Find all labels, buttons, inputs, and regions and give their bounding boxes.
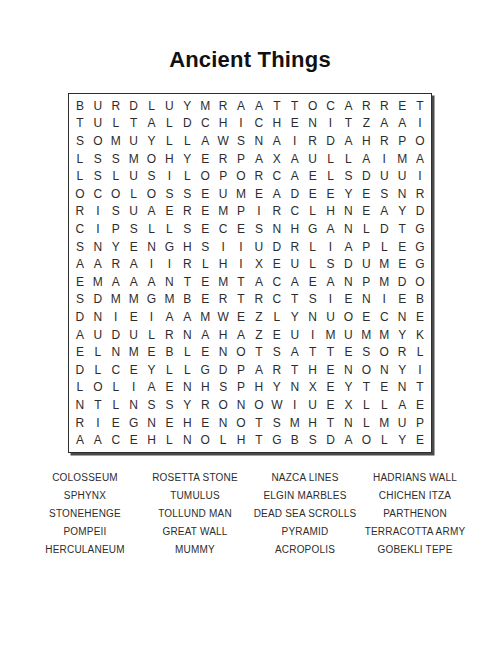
grid-cell-r6c14: E	[304, 185, 322, 203]
grid-cell-r5c5: S	[143, 167, 161, 185]
grid-cell-r15c16: E	[339, 343, 357, 361]
grid-cell-r8c1: C	[71, 220, 89, 238]
grid-cell-r11c14: E	[304, 273, 322, 291]
grid-cell-r7c2: I	[89, 203, 107, 221]
grid-cell-r9c6: G	[160, 238, 178, 256]
grid-cell-r8c2: I	[89, 220, 107, 238]
grid-cell-r4c19: M	[393, 150, 411, 168]
grid-cell-r10c1: A	[71, 255, 89, 273]
grid-cell-r17c14: X	[304, 379, 322, 397]
grid-cell-r7c4: U	[125, 203, 143, 221]
grid-cell-r14c19: Y	[393, 326, 411, 344]
grid-cell-r6c10: M	[232, 185, 250, 203]
grid-cell-r11c1: E	[71, 273, 89, 291]
grid-cell-r4c12: X	[268, 150, 286, 168]
grid-cell-r11c10: T	[232, 273, 250, 291]
grid-cell-r3c14: R	[304, 132, 322, 150]
word-list: COLOSSEUMSPHYNXSTONEHENGEPOMPEIIHERCULAN…	[30, 469, 470, 559]
grid-cell-r7c18: A	[375, 203, 393, 221]
grid-cell-r16c7: L	[178, 361, 196, 379]
grid-cell-r3c17: H	[357, 132, 375, 150]
grid-cell-r12c18: I	[375, 291, 393, 309]
grid-cell-r16c20: I	[411, 361, 429, 379]
grid-cell-r3c6: L	[160, 132, 178, 150]
grid-cell-r8c13: H	[286, 220, 304, 238]
grid-cell-r8c8: E	[196, 220, 214, 238]
grid-cell-r1c17: R	[357, 97, 375, 115]
grid-cell-r3c20: O	[411, 132, 429, 150]
grid-cell-r18c4: N	[125, 396, 143, 414]
grid-cell-r8c10: E	[232, 220, 250, 238]
word-list-item: POMPEII	[30, 523, 140, 541]
grid-cell-r20c1: A	[71, 431, 89, 449]
grid-cell-r9c5: N	[143, 238, 161, 256]
grid-cell-r18c12: W	[268, 396, 286, 414]
grid-cell-r8c7: S	[178, 220, 196, 238]
grid-cell-r6c17: E	[357, 185, 375, 203]
word-list-item: ACROPOLIS	[250, 541, 360, 559]
grid-cell-r10c17: U	[357, 255, 375, 273]
grid-cell-r13c14: N	[304, 308, 322, 326]
grid-cell-r16c17: O	[357, 361, 375, 379]
grid-cell-r9c12: D	[268, 238, 286, 256]
word-list-item: CHICHEN ITZA	[360, 487, 470, 505]
grid-cell-r3c9: W	[214, 132, 232, 150]
grid-cell-r14c16: U	[339, 326, 357, 344]
grid-cell-r15c18: O	[375, 343, 393, 361]
grid-cell-r4c20: A	[411, 150, 429, 168]
grid-cell-r6c1: O	[71, 185, 89, 203]
grid-cell-r4c14: U	[304, 150, 322, 168]
grid-cell-r1c19: E	[393, 97, 411, 115]
grid-cell-r7c10: P	[232, 203, 250, 221]
grid-cell-r7c17: E	[357, 203, 375, 221]
grid-cell-r16c9: D	[214, 361, 232, 379]
grid-cell-r14c12: E	[268, 326, 286, 344]
grid-cell-r16c12: R	[268, 361, 286, 379]
grid-cell-r16c5: Y	[143, 361, 161, 379]
grid-cell-r14c1: A	[71, 326, 89, 344]
grid-cell-r7c20: D	[411, 203, 429, 221]
grid-cell-r10c5: I	[143, 255, 161, 273]
grid-cell-r2c2: U	[89, 115, 107, 133]
grid-cell-r11c2: M	[89, 273, 107, 291]
grid-cell-r4c4: M	[125, 150, 143, 168]
grid-cell-r16c2: L	[89, 361, 107, 379]
grid-cell-r12c20: B	[411, 291, 429, 309]
grid-cell-r1c7: Y	[178, 97, 196, 115]
grid-cell-r3c18: R	[375, 132, 393, 150]
grid-cell-r17c16: Y	[339, 379, 357, 397]
grid-cell-r7c8: E	[196, 203, 214, 221]
grid-cell-r10c9: H	[214, 255, 232, 273]
grid-cell-r3c4: U	[125, 132, 143, 150]
grid-cell-r19c4: G	[125, 414, 143, 432]
grid-cell-r6c3: O	[107, 185, 125, 203]
grid-cell-r15c4: M	[125, 343, 143, 361]
grid-cell-r3c15: D	[322, 132, 340, 150]
grid-cell-r4c2: S	[89, 150, 107, 168]
grid-cell-r19c7: H	[178, 414, 196, 432]
grid-cell-r4c9: R	[214, 150, 232, 168]
grid-cell-r13c20: E	[411, 308, 429, 326]
grid-cell-r11c9: M	[214, 273, 232, 291]
grid-cell-r4c11: A	[250, 150, 268, 168]
grid-cell-r5c8: O	[196, 167, 214, 185]
grid-cell-r12c10: T	[232, 291, 250, 309]
grid-cell-r2c14: N	[304, 115, 322, 133]
grid-cell-r3c2: O	[89, 132, 107, 150]
grid-cell-r6c4: L	[125, 185, 143, 203]
grid-cell-r10c14: L	[304, 255, 322, 273]
grid-cell-r6c7: S	[178, 185, 196, 203]
grid-cell-r11c20: O	[411, 273, 429, 291]
word-list-item: ROSETTA STONE	[140, 469, 250, 487]
grid-cell-r3c5: Y	[143, 132, 161, 150]
grid-cell-r15c20: L	[411, 343, 429, 361]
grid-cell-r12c3: M	[107, 291, 125, 309]
grid-cell-r2c10: I	[232, 115, 250, 133]
grid-cell-r1c12: T	[268, 97, 286, 115]
grid-cell-r10c8: L	[196, 255, 214, 273]
grid-cell-r10c2: A	[89, 255, 107, 273]
grid-cell-r14c2: U	[89, 326, 107, 344]
grid-cell-r14c8: A	[196, 326, 214, 344]
grid-cell-r15c15: T	[322, 343, 340, 361]
grid-cell-r14c3: D	[107, 326, 125, 344]
grid-cell-r7c3: S	[107, 203, 125, 221]
grid-cell-r9c14: L	[304, 238, 322, 256]
grid-cell-r19c10: O	[232, 414, 250, 432]
grid-cell-r19c12: S	[268, 414, 286, 432]
grid-cell-r6c16: Y	[339, 185, 357, 203]
grid-cell-r10c10: I	[232, 255, 250, 273]
grid-cell-r2c15: I	[322, 115, 340, 133]
grid-cell-r19c17: L	[357, 414, 375, 432]
grid-cell-r5c12: C	[268, 167, 286, 185]
grid-cell-r16c18: N	[375, 361, 393, 379]
grid-cell-r11c11: A	[250, 273, 268, 291]
grid-cell-r19c16: N	[339, 414, 357, 432]
grid-cell-r1c14: O	[304, 97, 322, 115]
grid-cell-r19c5: N	[143, 414, 161, 432]
word-list-item: STONEHENGE	[30, 505, 140, 523]
grid-cell-r11c12: C	[268, 273, 286, 291]
grid-cell-r17c2: O	[89, 379, 107, 397]
grid-cell-r7c15: H	[322, 203, 340, 221]
grid-cell-r16c6: L	[160, 361, 178, 379]
grid-cell-r14c6: R	[160, 326, 178, 344]
grid-cell-r9c2: N	[89, 238, 107, 256]
grid-cell-r19c1: R	[71, 414, 89, 432]
word-list-item: DEAD SEA SCROLLS	[250, 505, 360, 523]
grid-cell-r11c7: T	[178, 273, 196, 291]
grid-cell-r1c20: T	[411, 97, 429, 115]
grid-cell-r7c16: N	[339, 203, 357, 221]
grid-cell-r16c3: C	[107, 361, 125, 379]
grid-cell-r8c5: L	[143, 220, 161, 238]
grid-cell-r6c8: E	[196, 185, 214, 203]
grid-cell-r2c18: A	[375, 115, 393, 133]
grid-cell-r8c19: T	[393, 220, 411, 238]
grid-cell-r5c9: P	[214, 167, 232, 185]
grid-cell-r5c2: S	[89, 167, 107, 185]
grid-cell-r7c6: E	[160, 203, 178, 221]
grid-cell-r12c8: E	[196, 291, 214, 309]
grid-cell-r5c4: U	[125, 167, 143, 185]
grid-cell-r6c2: C	[89, 185, 107, 203]
grid-cell-r1c15: C	[322, 97, 340, 115]
grid-cell-r6c12: A	[268, 185, 286, 203]
grid-cell-r16c13: T	[286, 361, 304, 379]
grid-cell-r13c16: O	[339, 308, 357, 326]
grid-cell-r15c17: S	[357, 343, 375, 361]
grid-cell-r13c2: N	[89, 308, 107, 326]
grid-cell-r17c5: A	[143, 379, 161, 397]
grid-cell-r6c9: U	[214, 185, 232, 203]
grid-cell-r8c3: P	[107, 220, 125, 238]
grid-cell-r10c16: D	[339, 255, 357, 273]
word-list-item: NAZCA LINES	[250, 469, 360, 487]
grid-cell-r9c15: I	[322, 238, 340, 256]
grid-cell-r9c11: U	[250, 238, 268, 256]
grid-cell-r17c20: T	[411, 379, 429, 397]
word-list-item: SPHYNX	[30, 487, 140, 505]
grid-cell-r14c10: A	[232, 326, 250, 344]
grid-cell-r17c3: L	[107, 379, 125, 397]
grid-cell-r9c18: L	[375, 238, 393, 256]
word-list-column-4: HADRIANS WALLCHICHEN ITZAPARTHENONTERRAC…	[360, 469, 470, 559]
grid-cell-r15c10: O	[232, 343, 250, 361]
grid-cell-r2c13: E	[286, 115, 304, 133]
word-list-item: TOLLUND MAN	[140, 505, 250, 523]
grid-cell-r6c19: N	[393, 185, 411, 203]
grid-cell-r4c6: H	[160, 150, 178, 168]
grid-cell-r13c6: A	[160, 308, 178, 326]
grid-cell-r20c15: D	[322, 431, 340, 449]
grid-cell-r15c3: N	[107, 343, 125, 361]
grid-cell-r15c8: E	[196, 343, 214, 361]
grid-cell-r1c18: R	[375, 97, 393, 115]
grid-cell-r11c15: A	[322, 273, 340, 291]
grid-cell-r9c10: I	[232, 238, 250, 256]
grid-cell-r1c6: U	[160, 97, 178, 115]
grid-cell-r3c12: A	[268, 132, 286, 150]
grid-cell-r6c5: O	[143, 185, 161, 203]
grid-cell-r19c11: T	[250, 414, 268, 432]
grid-cell-r8c15: A	[322, 220, 340, 238]
grid-cell-r9c20: G	[411, 238, 429, 256]
grid-cell-r2c17: Z	[357, 115, 375, 133]
grid-cell-r4c13: A	[286, 150, 304, 168]
word-list-column-1: COLOSSEUMSPHYNXSTONEHENGEPOMPEIIHERCULAN…	[30, 469, 140, 559]
grid-cell-r9c13: R	[286, 238, 304, 256]
grid-cell-r5c7: L	[178, 167, 196, 185]
grid-cell-r12c1: S	[71, 291, 89, 309]
grid-cell-r13c17: E	[357, 308, 375, 326]
grid-cell-r2c4: T	[125, 115, 143, 133]
grid-cell-r19c19: U	[393, 414, 411, 432]
grid-cell-r7c7: R	[178, 203, 196, 221]
grid-cell-r17c11: H	[250, 379, 268, 397]
grid-cell-r13c13: Y	[286, 308, 304, 326]
grid-cell-r20c3: C	[107, 431, 125, 449]
grid-cell-r9c8: S	[196, 238, 214, 256]
word-list-item: GOBEKLI TEPE	[360, 541, 470, 559]
grid-cell-r10c4: A	[125, 255, 143, 273]
grid-cell-r2c5: A	[143, 115, 161, 133]
grid-cell-r15c12: S	[268, 343, 286, 361]
grid-cell-r5c13: A	[286, 167, 304, 185]
word-search-grid: BURDLUYMRAATTOCARRETTULTALDCHICHENITZAAI…	[68, 93, 432, 453]
grid-cell-r19c18: M	[375, 414, 393, 432]
grid-cell-r10c6: I	[160, 255, 178, 273]
grid-cell-r3c11: N	[250, 132, 268, 150]
grid-cell-r5c20: I	[411, 167, 429, 185]
grid-cell-r8c4: S	[125, 220, 143, 238]
grid-cell-r7c13: C	[286, 203, 304, 221]
grid-cell-r18c1: N	[71, 396, 89, 414]
word-list-item: TUMULUS	[140, 487, 250, 505]
grid-cell-r8c20: G	[411, 220, 429, 238]
grid-cell-r12c16: E	[339, 291, 357, 309]
grid-cell-r20c16: A	[339, 431, 357, 449]
grid-cell-r3c7: L	[178, 132, 196, 150]
grid-cell-r10c18: M	[375, 255, 393, 273]
grid-cell-r13c19: N	[393, 308, 411, 326]
grid-cell-r6c13: D	[286, 185, 304, 203]
grid-cell-r8c17: L	[357, 220, 375, 238]
grid-cell-r4c15: L	[322, 150, 340, 168]
grid-cell-r1c2: U	[89, 97, 107, 115]
grid-cell-r2c20: I	[411, 115, 429, 133]
grid-cell-r17c18: E	[375, 379, 393, 397]
grid-cell-r5c18: U	[375, 167, 393, 185]
grid-cell-r5c10: O	[232, 167, 250, 185]
grid-cell-r13c3: I	[107, 308, 125, 326]
grid-cell-r8c16: N	[339, 220, 357, 238]
grid-cell-r12c19: E	[393, 291, 411, 309]
grid-cell-r4c5: O	[143, 150, 161, 168]
grid-cell-r15c19: R	[393, 343, 411, 361]
grid-cell-r12c15: I	[322, 291, 340, 309]
grid-cell-r4c18: I	[375, 150, 393, 168]
grid-cell-r18c13: I	[286, 396, 304, 414]
grid-cell-r18c8: R	[196, 396, 214, 414]
grid-cell-r12c4: M	[125, 291, 143, 309]
grid-cell-r17c6: E	[160, 379, 178, 397]
grid-cell-r19c14: H	[304, 414, 322, 432]
grid-cell-r18c7: Y	[178, 396, 196, 414]
word-list-item: COLOSSEUM	[30, 469, 140, 487]
grid-cell-r9c4: E	[125, 238, 143, 256]
grid-cell-r2c9: H	[214, 115, 232, 133]
grid-cell-r3c19: P	[393, 132, 411, 150]
grid-cell-r4c17: A	[357, 150, 375, 168]
grid-cell-r2c3: L	[107, 115, 125, 133]
grid-cell-r10c3: R	[107, 255, 125, 273]
grid-cell-r14c18: M	[375, 326, 393, 344]
grid-cell-r6c18: S	[375, 185, 393, 203]
grid-cell-r20c18: L	[375, 431, 393, 449]
grid-cell-r16c8: G	[196, 361, 214, 379]
grid-cell-r1c13: T	[286, 97, 304, 115]
grid-cell-r7c5: A	[143, 203, 161, 221]
grid-cell-r19c13: M	[286, 414, 304, 432]
grid-cell-r2c12: H	[268, 115, 286, 133]
grid-cell-r19c9: N	[214, 414, 232, 432]
word-list-item: PARTHENON	[360, 505, 470, 523]
grid-cell-r6c15: E	[322, 185, 340, 203]
grid-cell-r17c12: Y	[268, 379, 286, 397]
grid-cell-r14c4: U	[125, 326, 143, 344]
grid-cell-r13c5: I	[143, 308, 161, 326]
grid-cell-r20c8: O	[196, 431, 214, 449]
grid-cell-r1c11: A	[250, 97, 268, 115]
grid-cell-r19c3: E	[107, 414, 125, 432]
grid-cell-r17c9: S	[214, 379, 232, 397]
grid-cell-r17c8: H	[196, 379, 214, 397]
grid-cell-r15c7: L	[178, 343, 196, 361]
word-list-column-3: NAZCA LINESELGIN MARBLESDEAD SEA SCROLLS…	[250, 469, 360, 559]
grid-cell-r10c12: E	[268, 255, 286, 273]
grid-cell-r11c17: P	[357, 273, 375, 291]
grid-cell-r2c1: T	[71, 115, 89, 133]
grid-cell-r2c16: T	[339, 115, 357, 133]
grid-cell-r20c17: O	[357, 431, 375, 449]
grid-cell-r8c6: L	[160, 220, 178, 238]
grid-cell-r6c20: R	[411, 185, 429, 203]
grid-cell-r12c7: B	[178, 291, 196, 309]
grid-cell-r8c12: N	[268, 220, 286, 238]
grid-cell-r4c3: S	[107, 150, 125, 168]
grid-cell-r5c19: U	[393, 167, 411, 185]
grid-cell-r18c18: L	[375, 396, 393, 414]
grid-cell-r19c6: E	[160, 414, 178, 432]
grid-cell-r15c2: L	[89, 343, 107, 361]
grid-cell-r18c17: L	[357, 396, 375, 414]
grid-cell-r19c8: E	[196, 414, 214, 432]
grid-cell-r14c7: N	[178, 326, 196, 344]
grid-cell-r20c6: L	[160, 431, 178, 449]
grid-cell-r17c1: L	[71, 379, 89, 397]
grid-cell-r2c11: C	[250, 115, 268, 133]
grid-cell-r4c10: P	[232, 150, 250, 168]
grid-cell-r15c9: N	[214, 343, 232, 361]
grid-cell-r8c18: D	[375, 220, 393, 238]
grid-cell-r5c6: I	[160, 167, 178, 185]
grid-cell-r10c13: U	[286, 255, 304, 273]
grid-cell-r18c19: A	[393, 396, 411, 414]
grid-cell-r13c12: L	[268, 308, 286, 326]
grid-cell-r1c4: D	[125, 97, 143, 115]
grid-cell-r4c8: E	[196, 150, 214, 168]
grid-cell-r18c6: S	[160, 396, 178, 414]
grid-cell-r11c16: N	[339, 273, 357, 291]
grid-cell-r13c15: U	[322, 308, 340, 326]
grid-cell-r14c14: I	[304, 326, 322, 344]
grid-cell-r13c4: E	[125, 308, 143, 326]
grid-cell-r11c8: E	[196, 273, 214, 291]
grid-cell-r18c3: L	[107, 396, 125, 414]
grid-cell-r16c1: D	[71, 361, 89, 379]
grid-cell-r17c13: N	[286, 379, 304, 397]
grid-cell-r18c16: X	[339, 396, 357, 414]
grid-cell-r9c3: Y	[107, 238, 125, 256]
grid-cell-r5c14: E	[304, 167, 322, 185]
grid-cell-r13c11: Z	[250, 308, 268, 326]
grid-cell-r13c10: E	[232, 308, 250, 326]
